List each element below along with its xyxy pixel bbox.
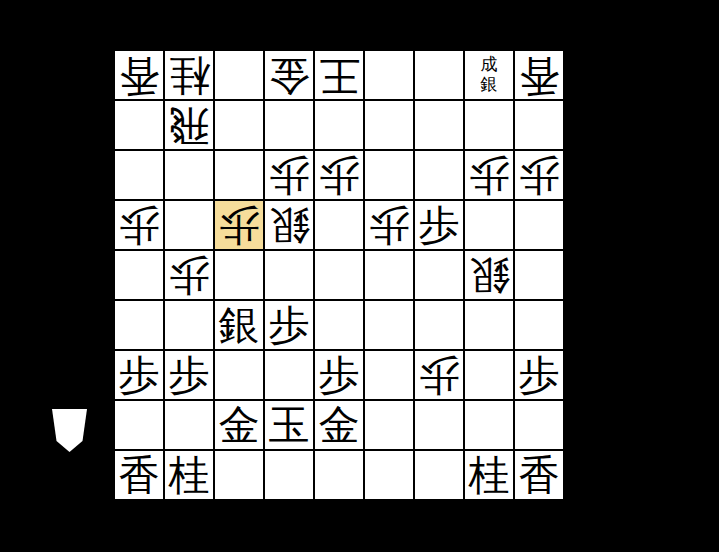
piece-pawn-gote[interactable]: 歩 bbox=[219, 205, 260, 246]
square-1-4[interactable] bbox=[515, 201, 563, 249]
piece-gold-sente[interactable]: 金 bbox=[319, 405, 360, 446]
square-1-5[interactable] bbox=[515, 251, 563, 299]
square-6-3[interactable]: 歩 bbox=[265, 151, 313, 199]
piece-pawn-gote[interactable]: 歩 bbox=[369, 205, 410, 246]
square-2-2[interactable] bbox=[465, 101, 513, 149]
square-3-9[interactable] bbox=[415, 451, 463, 499]
square-4-4[interactable]: 歩 bbox=[365, 201, 413, 249]
square-2-3[interactable]: 歩 bbox=[465, 151, 513, 199]
square-9-4[interactable]: 歩 bbox=[115, 201, 163, 249]
square-7-9[interactable] bbox=[215, 451, 263, 499]
piece-promoted-silver-sente[interactable]: 成 銀 bbox=[481, 55, 498, 94]
square-7-7[interactable] bbox=[215, 351, 263, 399]
square-5-1[interactable]: 王 bbox=[315, 51, 363, 99]
square-5-2[interactable] bbox=[315, 101, 363, 149]
piece-king-ou-gote[interactable]: 王 bbox=[319, 55, 360, 96]
square-8-3[interactable] bbox=[165, 151, 213, 199]
square-9-8[interactable] bbox=[115, 401, 163, 449]
piece-pawn-sente[interactable]: 歩 bbox=[419, 205, 460, 246]
square-4-1[interactable] bbox=[365, 51, 413, 99]
square-9-1[interactable]: 香 bbox=[115, 51, 163, 99]
piece-silver-sente[interactable]: 銀 bbox=[219, 305, 260, 346]
piece-pawn-gote[interactable]: 歩 bbox=[319, 155, 360, 196]
square-6-2[interactable] bbox=[265, 101, 313, 149]
piece-rook-gote[interactable]: 飛 bbox=[169, 105, 210, 146]
piece-gold-sente[interactable]: 金 bbox=[219, 405, 260, 446]
square-5-9[interactable] bbox=[315, 451, 363, 499]
square-7-5[interactable] bbox=[215, 251, 263, 299]
square-4-9[interactable] bbox=[365, 451, 413, 499]
piece-lance-gote[interactable]: 香 bbox=[519, 55, 560, 96]
square-5-5[interactable] bbox=[315, 251, 363, 299]
piece-pawn-gote[interactable]: 歩 bbox=[169, 255, 210, 296]
square-9-3[interactable] bbox=[115, 151, 163, 199]
square-8-4[interactable] bbox=[165, 201, 213, 249]
square-3-6[interactable] bbox=[415, 301, 463, 349]
square-2-7[interactable] bbox=[465, 351, 513, 399]
square-7-4[interactable]: 歩 bbox=[215, 201, 263, 249]
square-4-8[interactable] bbox=[365, 401, 413, 449]
piece-lance-sente[interactable]: 香 bbox=[519, 455, 560, 496]
square-7-6[interactable]: 銀 bbox=[215, 301, 263, 349]
piece-knight-sente[interactable]: 桂 bbox=[469, 455, 510, 496]
piece-pawn-gote[interactable]: 歩 bbox=[519, 155, 560, 196]
square-7-1[interactable] bbox=[215, 51, 263, 99]
piece-pawn-gote[interactable]: 歩 bbox=[119, 205, 160, 246]
square-6-5[interactable] bbox=[265, 251, 313, 299]
piece-pawn-gote[interactable]: 歩 bbox=[469, 155, 510, 196]
square-1-8[interactable] bbox=[515, 401, 563, 449]
piece-pawn-gote[interactable]: 歩 bbox=[419, 355, 460, 396]
square-1-7[interactable]: 歩 bbox=[515, 351, 563, 399]
square-2-8[interactable] bbox=[465, 401, 513, 449]
piece-pawn-sente[interactable]: 歩 bbox=[269, 305, 310, 346]
square-8-7[interactable]: 歩 bbox=[165, 351, 213, 399]
piece-silver-gote[interactable]: 銀 bbox=[269, 205, 310, 246]
piece-king-gyoku-sente[interactable]: 玉 bbox=[269, 405, 310, 446]
square-3-1[interactable] bbox=[415, 51, 463, 99]
square-3-5[interactable] bbox=[415, 251, 463, 299]
square-7-3[interactable] bbox=[215, 151, 263, 199]
piece-knight-sente[interactable]: 桂 bbox=[169, 455, 210, 496]
piece-pawn-sente[interactable]: 歩 bbox=[119, 355, 160, 396]
square-2-4[interactable] bbox=[465, 201, 513, 249]
square-1-6[interactable] bbox=[515, 301, 563, 349]
piece-gold-gote[interactable]: 金 bbox=[269, 55, 310, 96]
square-5-7[interactable]: 歩 bbox=[315, 351, 363, 399]
square-2-6[interactable] bbox=[465, 301, 513, 349]
square-7-8[interactable]: 金 bbox=[215, 401, 263, 449]
square-9-6[interactable] bbox=[115, 301, 163, 349]
piece-pawn-sente[interactable]: 歩 bbox=[319, 355, 360, 396]
square-6-7[interactable] bbox=[265, 351, 313, 399]
square-5-8[interactable]: 金 bbox=[315, 401, 363, 449]
turn-indicator-piece-icon bbox=[51, 408, 88, 453]
square-9-5[interactable] bbox=[115, 251, 163, 299]
square-3-4[interactable]: 歩 bbox=[415, 201, 463, 249]
square-3-8[interactable] bbox=[415, 401, 463, 449]
piece-lance-gote[interactable]: 香 bbox=[119, 55, 160, 96]
square-1-2[interactable] bbox=[515, 101, 563, 149]
square-8-1[interactable]: 桂 bbox=[165, 51, 213, 99]
square-9-2[interactable] bbox=[115, 101, 163, 149]
square-4-2[interactable] bbox=[365, 101, 413, 149]
square-6-8[interactable]: 玉 bbox=[265, 401, 313, 449]
square-3-2[interactable] bbox=[415, 101, 463, 149]
square-4-5[interactable] bbox=[365, 251, 413, 299]
square-6-9[interactable] bbox=[265, 451, 313, 499]
square-3-7[interactable]: 歩 bbox=[415, 351, 463, 399]
square-6-4[interactable]: 銀 bbox=[265, 201, 313, 249]
piece-knight-gote[interactable]: 桂 bbox=[169, 55, 210, 96]
square-9-7[interactable]: 歩 bbox=[115, 351, 163, 399]
square-1-1[interactable]: 香 bbox=[515, 51, 563, 99]
square-8-9[interactable]: 桂 bbox=[165, 451, 213, 499]
square-1-9[interactable]: 香 bbox=[515, 451, 563, 499]
piece-silver-gote[interactable]: 銀 bbox=[469, 255, 510, 296]
piece-pawn-sente[interactable]: 歩 bbox=[519, 355, 560, 396]
square-8-5[interactable]: 歩 bbox=[165, 251, 213, 299]
square-4-3[interactable] bbox=[365, 151, 413, 199]
square-4-6[interactable] bbox=[365, 301, 413, 349]
shogi-board: 香桂金王成 銀香飛歩歩歩歩歩歩銀歩歩歩銀銀歩歩歩歩歩歩金玉金香桂桂香 bbox=[113, 49, 565, 501]
square-4-7[interactable] bbox=[365, 351, 413, 399]
piece-lance-sente[interactable]: 香 bbox=[119, 455, 160, 496]
piece-pawn-gote[interactable]: 歩 bbox=[269, 155, 310, 196]
square-8-8[interactable] bbox=[165, 401, 213, 449]
square-6-6[interactable]: 歩 bbox=[265, 301, 313, 349]
square-5-6[interactable] bbox=[315, 301, 363, 349]
square-1-3[interactable]: 歩 bbox=[515, 151, 563, 199]
square-5-3[interactable]: 歩 bbox=[315, 151, 363, 199]
square-2-1[interactable]: 成 銀 bbox=[465, 51, 513, 99]
square-9-9[interactable]: 香 bbox=[115, 451, 163, 499]
square-3-3[interactable] bbox=[415, 151, 463, 199]
piece-pawn-sente[interactable]: 歩 bbox=[169, 355, 210, 396]
square-6-1[interactable]: 金 bbox=[265, 51, 313, 99]
square-8-6[interactable] bbox=[165, 301, 213, 349]
square-2-5[interactable]: 銀 bbox=[465, 251, 513, 299]
square-8-2[interactable]: 飛 bbox=[165, 101, 213, 149]
square-2-9[interactable]: 桂 bbox=[465, 451, 513, 499]
square-7-2[interactable] bbox=[215, 101, 263, 149]
square-5-4[interactable] bbox=[315, 201, 363, 249]
